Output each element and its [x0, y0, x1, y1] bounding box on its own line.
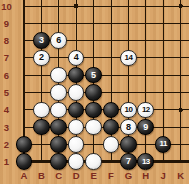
point-G4: 10 — [120, 101, 137, 118]
point-G8 — [120, 32, 137, 49]
column-label-D: D — [67, 170, 85, 181]
move-number-7: 7 — [126, 157, 131, 166]
point-H3: 9 — [137, 118, 154, 135]
column-label-F: F — [102, 170, 120, 181]
point-F6 — [102, 67, 119, 84]
point-C8: 6 — [50, 32, 67, 49]
point-K8 — [172, 32, 189, 49]
point-H2 — [137, 136, 154, 153]
point-K9 — [172, 15, 189, 32]
point-F7 — [102, 49, 119, 66]
move-number-14: 14 — [125, 53, 133, 61]
row-label-8: 8 — [0, 35, 13, 46]
point-C7 — [50, 49, 67, 66]
column-label-B: B — [32, 170, 50, 181]
point-E1 — [85, 153, 102, 170]
point-F2 — [102, 136, 119, 153]
point-A1 — [15, 153, 32, 170]
black-stone-B3 — [33, 119, 50, 136]
point-J5 — [154, 84, 171, 101]
row-label-2: 2 — [0, 139, 13, 150]
point-J6 — [154, 67, 171, 84]
point-F8 — [102, 32, 119, 49]
point-D2 — [67, 136, 84, 153]
point-C4 — [50, 101, 67, 118]
point-C1 — [50, 153, 67, 170]
white-stone-D7: 4 — [68, 50, 85, 67]
black-stone-H3: 9 — [137, 119, 154, 136]
black-stone-D4 — [68, 102, 85, 119]
move-number-4: 4 — [74, 53, 79, 62]
point-C10 — [50, 0, 67, 15]
row-label-1: 1 — [0, 156, 13, 167]
point-K2 — [172, 136, 189, 153]
move-number-13: 13 — [142, 157, 150, 165]
move-number-3: 3 — [39, 36, 44, 45]
point-H1: 13 — [137, 153, 154, 170]
point-G9 — [120, 15, 137, 32]
point-G2 — [120, 136, 137, 153]
point-J1 — [154, 153, 171, 170]
point-A2 — [15, 136, 32, 153]
white-stone-C6 — [50, 67, 67, 84]
point-K1 — [172, 153, 189, 170]
point-C6 — [50, 67, 67, 84]
point-J8 — [154, 32, 171, 49]
point-K6 — [172, 67, 189, 84]
black-stone-C2 — [50, 136, 67, 153]
point-A5 — [15, 84, 32, 101]
point-D8 — [67, 32, 84, 49]
black-stone-J2: 11 — [155, 136, 172, 153]
point-C5 — [50, 84, 67, 101]
point-H6 — [137, 67, 154, 84]
point-H7 — [137, 49, 154, 66]
row-label-10: 10 — [0, 1, 13, 12]
point-D6 — [67, 67, 84, 84]
white-stone-H4: 12 — [137, 102, 154, 119]
point-E2 — [85, 136, 102, 153]
point-F10 — [102, 0, 119, 15]
black-stone-A1 — [16, 153, 33, 170]
point-D4 — [67, 101, 84, 118]
point-K7 — [172, 49, 189, 66]
point-E7 — [85, 49, 102, 66]
white-stone-G4: 10 — [120, 102, 137, 119]
point-A8 — [15, 32, 32, 49]
white-stone-B7: 2 — [33, 50, 50, 67]
move-number-12: 12 — [142, 105, 150, 113]
point-H9 — [137, 15, 154, 32]
black-stone-F3 — [103, 119, 120, 136]
point-J3 — [154, 118, 171, 135]
point-F3 — [102, 118, 119, 135]
white-stone-F2 — [103, 136, 120, 153]
point-E9 — [85, 15, 102, 32]
point-D3 — [67, 118, 84, 135]
point-D7: 4 — [67, 49, 84, 66]
white-stone-D2 — [68, 136, 85, 153]
point-J2: 11 — [154, 136, 171, 153]
point-C9 — [50, 15, 67, 32]
white-stone-D5 — [68, 84, 85, 101]
point-B10 — [33, 0, 50, 15]
row-label-9: 9 — [0, 18, 13, 29]
white-stone-C4 — [50, 102, 67, 119]
column-label-K: K — [172, 170, 189, 181]
point-J7 — [154, 49, 171, 66]
white-stone-C5 — [50, 84, 67, 101]
point-G7: 14 — [120, 49, 137, 66]
point-K3 — [172, 118, 189, 135]
point-K4 — [172, 101, 189, 118]
move-number-10: 10 — [125, 105, 133, 113]
white-stone-E1 — [85, 153, 102, 170]
move-number-11: 11 — [160, 140, 167, 148]
point-G5 — [120, 84, 137, 101]
black-stone-E6: 5 — [85, 67, 102, 84]
point-D10 — [67, 0, 84, 15]
point-B2 — [33, 136, 50, 153]
row-label-7: 7 — [0, 52, 13, 63]
row-label-5: 5 — [0, 87, 13, 98]
point-H8 — [137, 32, 154, 49]
column-label-H: H — [137, 170, 155, 181]
point-E8 — [85, 32, 102, 49]
point-J10 — [154, 0, 171, 15]
point-H5 — [137, 84, 154, 101]
point-B3 — [33, 118, 50, 135]
black-stone-F4 — [103, 102, 120, 119]
point-F4 — [102, 101, 119, 118]
white-stone-D3 — [68, 119, 85, 136]
move-number-9: 9 — [143, 122, 148, 131]
column-label-G: G — [119, 170, 137, 181]
point-J9 — [154, 15, 171, 32]
point-G10 — [120, 0, 137, 15]
point-A7 — [15, 49, 32, 66]
point-K5 — [172, 84, 189, 101]
black-stone-B8: 3 — [33, 32, 50, 49]
point-F1 — [102, 153, 119, 170]
point-H4: 12 — [137, 101, 154, 118]
point-C3 — [50, 118, 67, 135]
point-D1 — [67, 153, 84, 170]
point-F9 — [102, 15, 119, 32]
white-stone-G3: 8 — [120, 119, 137, 136]
point-E3 — [85, 118, 102, 135]
row-label-4: 4 — [0, 104, 13, 115]
row-label-3: 3 — [0, 122, 13, 133]
column-label-E: E — [85, 170, 103, 181]
black-stone-C3 — [50, 119, 67, 136]
point-K10 — [172, 0, 189, 15]
point-G1: 7 — [120, 153, 137, 170]
point-H10 — [137, 0, 154, 15]
move-number-5: 5 — [91, 70, 96, 79]
point-E6: 5 — [85, 67, 102, 84]
point-A9 — [15, 15, 32, 32]
black-stone-H1: 13 — [137, 153, 154, 170]
column-label-J: J — [154, 170, 172, 181]
move-number-6: 6 — [56, 36, 61, 45]
column-label-A: A — [15, 170, 33, 181]
point-D9 — [67, 15, 84, 32]
point-C2 — [50, 136, 67, 153]
black-stone-E5 — [85, 84, 102, 101]
point-B1 — [33, 153, 50, 170]
point-B8: 3 — [33, 32, 50, 49]
point-E10 — [85, 0, 102, 15]
point-B9 — [33, 15, 50, 32]
black-stone-G1: 7 — [120, 153, 137, 170]
move-number-2: 2 — [39, 53, 44, 62]
point-D5 — [67, 84, 84, 101]
point-A10 — [15, 0, 32, 15]
white-stone-C8: 6 — [50, 32, 67, 49]
point-A4 — [15, 101, 32, 118]
point-G3: 8 — [120, 118, 137, 135]
point-E5 — [85, 84, 102, 101]
black-stone-C1 — [50, 153, 67, 170]
row-label-6: 6 — [0, 70, 13, 81]
column-label-C: C — [50, 170, 68, 181]
go-board[interactable]: 10987654321 ABCDEFGHJK 36241451012891171… — [0, 0, 189, 184]
white-stone-E3 — [85, 119, 102, 136]
point-A3 — [15, 118, 32, 135]
black-stone-E4 — [85, 102, 102, 119]
point-A6 — [15, 67, 32, 84]
move-number-8: 8 — [126, 122, 131, 131]
white-stone-G7: 14 — [120, 50, 137, 67]
point-J4 — [154, 101, 171, 118]
white-stone-B4 — [33, 102, 50, 119]
board-points: 362414510128911713 — [15, 0, 189, 170]
point-B5 — [33, 84, 50, 101]
point-B4 — [33, 101, 50, 118]
black-stone-D6 — [68, 67, 85, 84]
point-F5 — [102, 84, 119, 101]
point-B7: 2 — [33, 49, 50, 66]
white-stone-D1 — [68, 153, 85, 170]
point-G6 — [120, 67, 137, 84]
point-E4 — [85, 101, 102, 118]
point-B6 — [33, 67, 50, 84]
black-stone-A2 — [16, 136, 33, 153]
black-stone-G2 — [120, 136, 137, 153]
